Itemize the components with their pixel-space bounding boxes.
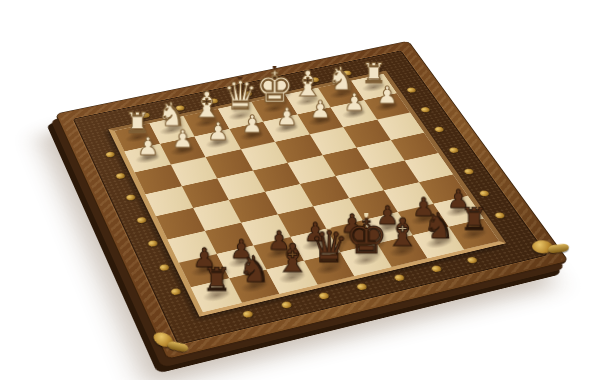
piece-white-pawn: ♟ [343,90,364,114]
piece-brown-king: ♚ [345,213,387,260]
brass-clasp-right-corner [531,237,572,260]
square-h8: ♜ [448,218,499,250]
brass-rosette [478,190,490,197]
brass-rosette [430,265,442,273]
brass-rosette [393,274,405,282]
brass-rosette [318,292,330,300]
brass-rosette [356,283,368,291]
piece-brown-bishop: ♝ [385,213,420,252]
piece-white-pawn: ♟ [137,134,159,159]
piece-white-pawn: ♟ [207,119,229,143]
brass-rosette [105,151,116,158]
piece-brown-queen: ♛ [310,226,349,269]
board-outer-frame: ♜♞♝♛♚♝♞♜♟♟♟♟♟♟♟♟♟♟♟♟♟♟♟♟♜♞♝♛♚♝♞♜ [55,41,569,360]
clasp-hook [167,341,189,353]
brass-rosette [434,126,445,133]
piece-white-pawn: ♟ [172,127,194,151]
brass-rosette [463,168,475,175]
clasp-hook [548,243,570,254]
piece-white-pawn: ♟ [241,112,263,136]
brass-rosette [241,310,253,318]
piece-white-pawn: ♟ [276,105,298,129]
brass-rosette [170,288,182,296]
brass-rosette [448,147,460,154]
piece-white-pawn: ♟ [377,83,398,107]
piece-white-pawn: ♟ [310,97,332,121]
brass-rosette [158,263,170,271]
piece-brown-knight: ♞ [423,208,455,243]
brass-rosette [406,87,417,93]
brass-rosette [494,212,506,219]
product-photo-canvas: ♜♞♝♛♚♝♞♜♟♟♟♟♟♟♟♟♟♟♟♟♟♟♟♟♜♞♝♛♚♝♞♜ [0,0,600,380]
brass-rosette [420,106,431,112]
piece-brown-knight: ♞ [238,251,270,287]
chess-board: ♜♞♝♛♚♝♞♜♟♟♟♟♟♟♟♟♟♟♟♟♟♟♟♟♜♞♝♛♚♝♞♜ [55,41,569,360]
piece-brown-rook: ♜ [460,204,488,235]
brass-rosette [466,256,478,264]
brass-rosette [115,172,126,179]
piece-brown-rook: ♜ [202,264,231,296]
piece-brown-bishop: ♝ [275,239,310,278]
